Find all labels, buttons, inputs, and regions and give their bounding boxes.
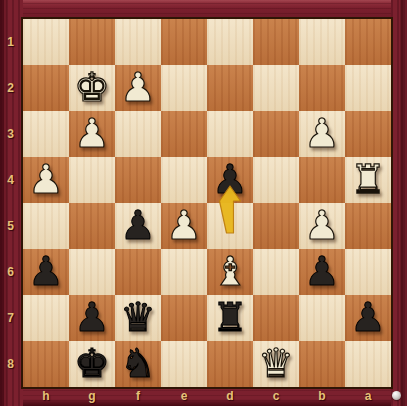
- square-a8[interactable]: [345, 341, 391, 387]
- black-pawn-g7[interactable]: ♟: [69, 295, 115, 341]
- square-h6[interactable]: ♟: [23, 249, 69, 295]
- white-pawn-f2[interactable]: ♟: [115, 65, 161, 111]
- rank-label-5: 5: [0, 203, 21, 249]
- square-a2[interactable]: [345, 65, 391, 111]
- file-label-a: a: [345, 388, 391, 406]
- black-pawn-d4[interactable]: ♟: [207, 157, 253, 203]
- square-d8[interactable]: [207, 341, 253, 387]
- square-e6[interactable]: [161, 249, 207, 295]
- file-labels: hgfedcba: [23, 388, 391, 406]
- square-f4[interactable]: [115, 157, 161, 203]
- square-a1[interactable]: [345, 19, 391, 65]
- white-rook-a4[interactable]: ♜: [345, 157, 391, 203]
- square-b3[interactable]: ♟: [299, 111, 345, 157]
- square-g2[interactable]: ♚: [69, 65, 115, 111]
- square-c3[interactable]: [253, 111, 299, 157]
- square-b7[interactable]: [299, 295, 345, 341]
- square-a6[interactable]: [345, 249, 391, 295]
- square-e3[interactable]: [161, 111, 207, 157]
- square-e5[interactable]: ♟: [161, 203, 207, 249]
- square-g4[interactable]: [69, 157, 115, 203]
- rank-label-4: 4: [0, 157, 21, 203]
- file-label-c: c: [253, 388, 299, 406]
- black-pawn-a7[interactable]: ♟: [345, 295, 391, 341]
- square-d1[interactable]: [207, 19, 253, 65]
- square-h2[interactable]: [23, 65, 69, 111]
- square-f2[interactable]: ♟: [115, 65, 161, 111]
- square-d6[interactable]: ♝: [207, 249, 253, 295]
- square-e4[interactable]: [161, 157, 207, 203]
- square-e1[interactable]: [161, 19, 207, 65]
- square-c7[interactable]: [253, 295, 299, 341]
- frame-top: [0, 0, 407, 19]
- file-label-b: b: [299, 388, 345, 406]
- square-h8[interactable]: [23, 341, 69, 387]
- file-label-f: f: [115, 388, 161, 406]
- square-d5[interactable]: [207, 203, 253, 249]
- square-h5[interactable]: [23, 203, 69, 249]
- chess-board: ♚♟♟♟♟♟♜♟♟♟♟♝♟♟♛♜♟♚♞♛: [23, 19, 391, 387]
- square-f8[interactable]: ♞: [115, 341, 161, 387]
- square-d2[interactable]: [207, 65, 253, 111]
- frame-right: [391, 0, 407, 406]
- square-a5[interactable]: [345, 203, 391, 249]
- rank-label-2: 2: [0, 65, 21, 111]
- rank-labels: 12345678: [0, 19, 23, 387]
- square-f7[interactable]: ♛: [115, 295, 161, 341]
- square-c5[interactable]: [253, 203, 299, 249]
- square-b8[interactable]: [299, 341, 345, 387]
- square-e7[interactable]: [161, 295, 207, 341]
- white-bishop-d6[interactable]: ♝: [207, 249, 253, 295]
- white-pawn-h4[interactable]: ♟: [23, 157, 69, 203]
- white-pawn-g3[interactable]: ♟: [69, 111, 115, 157]
- square-a3[interactable]: [345, 111, 391, 157]
- white-pawn-e5[interactable]: ♟: [161, 203, 207, 249]
- square-a4[interactable]: ♜: [345, 157, 391, 203]
- chessboard-widget: 12345678 hgfedcba ♚♟♟♟♟♟♜♟♟♟♟♝♟♟♛♜♟♚♞♛: [0, 0, 407, 406]
- square-g1[interactable]: [69, 19, 115, 65]
- square-d7[interactable]: ♜: [207, 295, 253, 341]
- square-h4[interactable]: ♟: [23, 157, 69, 203]
- square-h7[interactable]: [23, 295, 69, 341]
- file-label-e: e: [161, 388, 207, 406]
- square-g3[interactable]: ♟: [69, 111, 115, 157]
- square-f1[interactable]: [115, 19, 161, 65]
- rank-label-6: 6: [0, 249, 21, 295]
- black-queen-f7[interactable]: ♛: [115, 295, 161, 341]
- black-pawn-b6[interactable]: ♟: [299, 249, 345, 295]
- file-label-d: d: [207, 388, 253, 406]
- corner-dot-icon: [392, 391, 401, 400]
- square-b5[interactable]: ♟: [299, 203, 345, 249]
- square-b1[interactable]: [299, 19, 345, 65]
- square-h1[interactable]: [23, 19, 69, 65]
- rank-label-7: 7: [0, 295, 21, 341]
- square-f6[interactable]: [115, 249, 161, 295]
- white-king-g2[interactable]: ♚: [69, 65, 115, 111]
- square-d4[interactable]: ♟: [207, 157, 253, 203]
- square-b6[interactable]: ♟: [299, 249, 345, 295]
- square-a7[interactable]: ♟: [345, 295, 391, 341]
- square-c1[interactable]: [253, 19, 299, 65]
- white-pawn-b3[interactable]: ♟: [299, 111, 345, 157]
- square-g8[interactable]: ♚: [69, 341, 115, 387]
- square-c8[interactable]: ♛: [253, 341, 299, 387]
- white-pawn-b5[interactable]: ♟: [299, 203, 345, 249]
- rank-label-1: 1: [0, 19, 21, 65]
- square-e2[interactable]: [161, 65, 207, 111]
- rank-label-3: 3: [0, 111, 21, 157]
- square-f5[interactable]: ♟: [115, 203, 161, 249]
- square-g7[interactable]: ♟: [69, 295, 115, 341]
- black-pawn-f5[interactable]: ♟: [115, 203, 161, 249]
- square-c4[interactable]: [253, 157, 299, 203]
- square-b2[interactable]: [299, 65, 345, 111]
- black-knight-f8[interactable]: ♞: [115, 341, 161, 387]
- rank-label-8: 8: [0, 341, 21, 387]
- square-b4[interactable]: [299, 157, 345, 203]
- square-f3[interactable]: [115, 111, 161, 157]
- black-pawn-h6[interactable]: ♟: [23, 249, 69, 295]
- square-c2[interactable]: [253, 65, 299, 111]
- square-g6[interactable]: [69, 249, 115, 295]
- file-label-h: h: [23, 388, 69, 406]
- white-queen-c8[interactable]: ♛: [253, 341, 299, 387]
- square-c6[interactable]: [253, 249, 299, 295]
- square-d3[interactable]: [207, 111, 253, 157]
- black-king-g8[interactable]: ♚: [69, 341, 115, 387]
- square-e8[interactable]: [161, 341, 207, 387]
- black-rook-d7[interactable]: ♜: [207, 295, 253, 341]
- square-h3[interactable]: [23, 111, 69, 157]
- file-label-g: g: [69, 388, 115, 406]
- square-g5[interactable]: [69, 203, 115, 249]
